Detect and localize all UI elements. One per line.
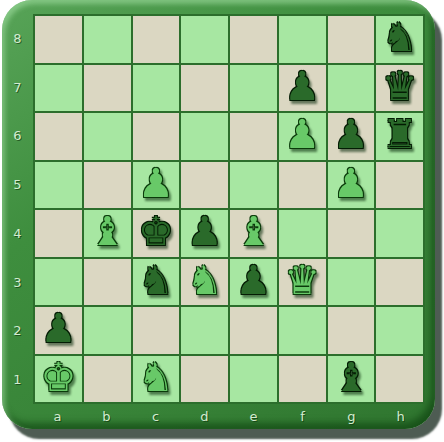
square-a4[interactable] [35,210,82,257]
square-a5[interactable] [35,162,82,209]
piece-white-bishop[interactable]: ♝ [235,211,271,251]
square-g6[interactable]: ♟ [328,113,375,160]
piece-white-pawn[interactable]: ♟ [333,163,369,203]
square-b8[interactable] [84,16,131,63]
square-h5[interactable] [376,162,423,209]
board-frame: 87654321 ♞♟♛♟♟♜♟♟♝♚♟♝♞♞♟♛♟♚♞♝ abcdefgh [2,0,435,429]
square-f4[interactable] [279,210,326,257]
file-label-c: c [131,404,180,428]
square-d2[interactable] [181,307,228,354]
chess-board: ♞♟♛♟♟♜♟♟♝♚♟♝♞♞♟♛♟♚♞♝ [33,14,425,404]
square-g8[interactable] [328,16,375,63]
square-d1[interactable] [181,356,228,403]
square-e3[interactable]: ♟ [230,259,277,306]
piece-black-pawn[interactable]: ♟ [333,114,369,154]
rank-label-3: 3 [2,258,33,307]
square-g2[interactable] [328,307,375,354]
square-e4[interactable]: ♝ [230,210,277,257]
square-g3[interactable] [328,259,375,306]
square-e7[interactable] [230,65,277,112]
square-h4[interactable] [376,210,423,257]
piece-black-bishop[interactable]: ♝ [333,357,369,397]
rank-label-7: 7 [2,63,33,112]
piece-black-queen[interactable]: ♛ [382,66,418,106]
file-label-b: b [82,404,131,428]
rank-label-4: 4 [2,209,33,258]
piece-white-pawn[interactable]: ♟ [284,114,320,154]
rank-label-2: 2 [2,307,33,356]
square-f3[interactable]: ♛ [279,259,326,306]
square-f8[interactable] [279,16,326,63]
square-c2[interactable] [133,307,180,354]
square-c5[interactable]: ♟ [133,162,180,209]
rank-label-5: 5 [2,160,33,209]
square-c1[interactable]: ♞ [133,356,180,403]
square-b5[interactable] [84,162,131,209]
square-d4[interactable]: ♟ [181,210,228,257]
file-label-d: d [180,404,229,428]
square-c3[interactable]: ♞ [133,259,180,306]
square-e8[interactable] [230,16,277,63]
square-b2[interactable] [84,307,131,354]
piece-white-pawn[interactable]: ♟ [138,163,174,203]
square-g4[interactable] [328,210,375,257]
rank-label-8: 8 [2,14,33,63]
piece-black-knight[interactable]: ♞ [138,260,174,300]
square-h3[interactable] [376,259,423,306]
square-c7[interactable] [133,65,180,112]
square-a6[interactable] [35,113,82,160]
square-b7[interactable] [84,65,131,112]
square-b4[interactable]: ♝ [84,210,131,257]
square-c6[interactable] [133,113,180,160]
square-f5[interactable] [279,162,326,209]
file-label-g: g [327,404,376,428]
chess-app-window: 87654321 ♞♟♛♟♟♜♟♟♝♚♟♝♞♞♟♛♟♚♞♝ abcdefgh [0,0,444,442]
square-f1[interactable] [279,356,326,403]
square-a2[interactable]: ♟ [35,307,82,354]
square-c8[interactable] [133,16,180,63]
square-g7[interactable] [328,65,375,112]
piece-black-pawn[interactable]: ♟ [40,308,76,348]
piece-black-rook[interactable]: ♜ [382,114,418,154]
square-c4[interactable]: ♚ [133,210,180,257]
piece-white-knight[interactable]: ♞ [138,357,174,397]
file-labels: abcdefgh [33,404,425,428]
file-label-e: e [229,404,278,428]
rank-label-6: 6 [2,112,33,161]
piece-black-king[interactable]: ♚ [138,211,174,251]
piece-white-bishop[interactable]: ♝ [89,211,125,251]
piece-black-knight[interactable]: ♞ [382,17,418,57]
file-label-f: f [278,404,327,428]
square-g5[interactable]: ♟ [328,162,375,209]
file-label-a: a [33,404,82,428]
square-h7[interactable]: ♛ [376,65,423,112]
square-d3[interactable]: ♞ [181,259,228,306]
square-a7[interactable] [35,65,82,112]
piece-black-pawn[interactable]: ♟ [187,211,223,251]
rank-labels: 87654321 [2,14,33,404]
square-b1[interactable] [84,356,131,403]
square-h6[interactable]: ♜ [376,113,423,160]
square-e1[interactable] [230,356,277,403]
rank-label-1: 1 [2,355,33,404]
square-f2[interactable] [279,307,326,354]
square-e6[interactable] [230,113,277,160]
square-b6[interactable] [84,113,131,160]
square-h1[interactable] [376,356,423,403]
square-b3[interactable] [84,259,131,306]
square-h2[interactable] [376,307,423,354]
square-d6[interactable] [181,113,228,160]
square-g1[interactable]: ♝ [328,356,375,403]
square-f7[interactable]: ♟ [279,65,326,112]
file-label-h: h [376,404,425,428]
square-f6[interactable]: ♟ [279,113,326,160]
square-d7[interactable] [181,65,228,112]
square-a3[interactable] [35,259,82,306]
square-a8[interactable] [35,16,82,63]
piece-black-pawn[interactable]: ♟ [284,66,320,106]
piece-white-knight[interactable]: ♞ [187,260,223,300]
piece-white-king[interactable]: ♚ [40,357,76,397]
square-d5[interactable] [181,162,228,209]
square-h8[interactable]: ♞ [376,16,423,63]
piece-black-pawn[interactable]: ♟ [235,260,271,300]
square-e2[interactable] [230,307,277,354]
piece-white-queen[interactable]: ♛ [284,260,320,300]
square-d8[interactable] [181,16,228,63]
square-e5[interactable] [230,162,277,209]
square-a1[interactable]: ♚ [35,356,82,403]
